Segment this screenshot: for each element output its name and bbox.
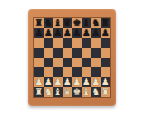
square-f6[interactable]	[82, 38, 92, 48]
black-pawn: ♟	[72, 28, 81, 38]
white-bishop: ♝	[53, 87, 62, 97]
square-a5[interactable]	[34, 48, 44, 58]
square-b5[interactable]	[44, 48, 54, 58]
black-pawn: ♟	[82, 28, 91, 38]
square-b6[interactable]	[44, 38, 54, 48]
square-a7[interactable]: ♟	[34, 28, 44, 38]
black-pawn: ♟	[101, 28, 110, 38]
square-d4[interactable]	[63, 58, 73, 68]
square-b7[interactable]: ♟	[44, 28, 54, 38]
black-pawn: ♟	[91, 28, 100, 38]
square-c4[interactable]	[53, 58, 63, 68]
square-g5[interactable]	[91, 48, 101, 58]
square-f4[interactable]	[82, 58, 92, 68]
square-a6[interactable]	[34, 38, 44, 48]
square-e4[interactable]	[72, 58, 82, 68]
square-h6[interactable]	[101, 38, 111, 48]
chess-board: ♜♞♝♛♚♝♞♜♟♟♟♟♟♟♟♟♟♟♟♟♟♟♟♟♜♞♝♛♚♝♞♜	[28, 9, 116, 106]
black-pawn: ♟	[44, 28, 53, 38]
square-g6[interactable]	[91, 38, 101, 48]
square-d7[interactable]: ♟	[63, 28, 73, 38]
square-h4[interactable]	[101, 58, 111, 68]
white-queen: ♛	[63, 87, 72, 97]
square-b4[interactable]	[44, 58, 54, 68]
white-rook: ♜	[34, 87, 43, 97]
square-e7[interactable]: ♟	[72, 28, 82, 38]
square-c5[interactable]	[53, 48, 63, 58]
square-e5[interactable]	[72, 48, 82, 58]
square-f5[interactable]	[82, 48, 92, 58]
black-pawn: ♟	[63, 28, 72, 38]
square-g1[interactable]: ♞	[91, 87, 101, 97]
square-g7[interactable]: ♟	[91, 28, 101, 38]
white-rook: ♜	[101, 87, 110, 97]
square-e6[interactable]	[72, 38, 82, 48]
square-d1[interactable]: ♛	[63, 87, 73, 97]
black-pawn: ♟	[34, 28, 43, 38]
photo-scene: ♜♞♝♛♚♝♞♜♟♟♟♟♟♟♟♟♟♟♟♟♟♟♟♟♜♞♝♛♚♝♞♜	[0, 0, 143, 117]
white-bishop: ♝	[82, 87, 91, 97]
white-king: ♚	[72, 87, 81, 97]
square-h7[interactable]: ♟	[101, 28, 111, 38]
square-h5[interactable]	[101, 48, 111, 58]
square-f7[interactable]: ♟	[82, 28, 92, 38]
square-c6[interactable]	[53, 38, 63, 48]
board-grid: ♜♞♝♛♚♝♞♜♟♟♟♟♟♟♟♟♟♟♟♟♟♟♟♟♜♞♝♛♚♝♞♜	[33, 17, 111, 98]
white-knight: ♞	[91, 87, 100, 97]
square-d5[interactable]	[63, 48, 73, 58]
square-g4[interactable]	[91, 58, 101, 68]
white-knight: ♞	[44, 87, 53, 97]
black-pawn: ♟	[53, 28, 62, 38]
square-c1[interactable]: ♝	[53, 87, 63, 97]
square-f1[interactable]: ♝	[82, 87, 92, 97]
square-a1[interactable]: ♜	[34, 87, 44, 97]
square-e1[interactable]: ♚	[72, 87, 82, 97]
square-h1[interactable]: ♜	[101, 87, 111, 97]
square-a4[interactable]	[34, 58, 44, 68]
square-b1[interactable]: ♞	[44, 87, 54, 97]
square-d6[interactable]	[63, 38, 73, 48]
square-c7[interactable]: ♟	[53, 28, 63, 38]
